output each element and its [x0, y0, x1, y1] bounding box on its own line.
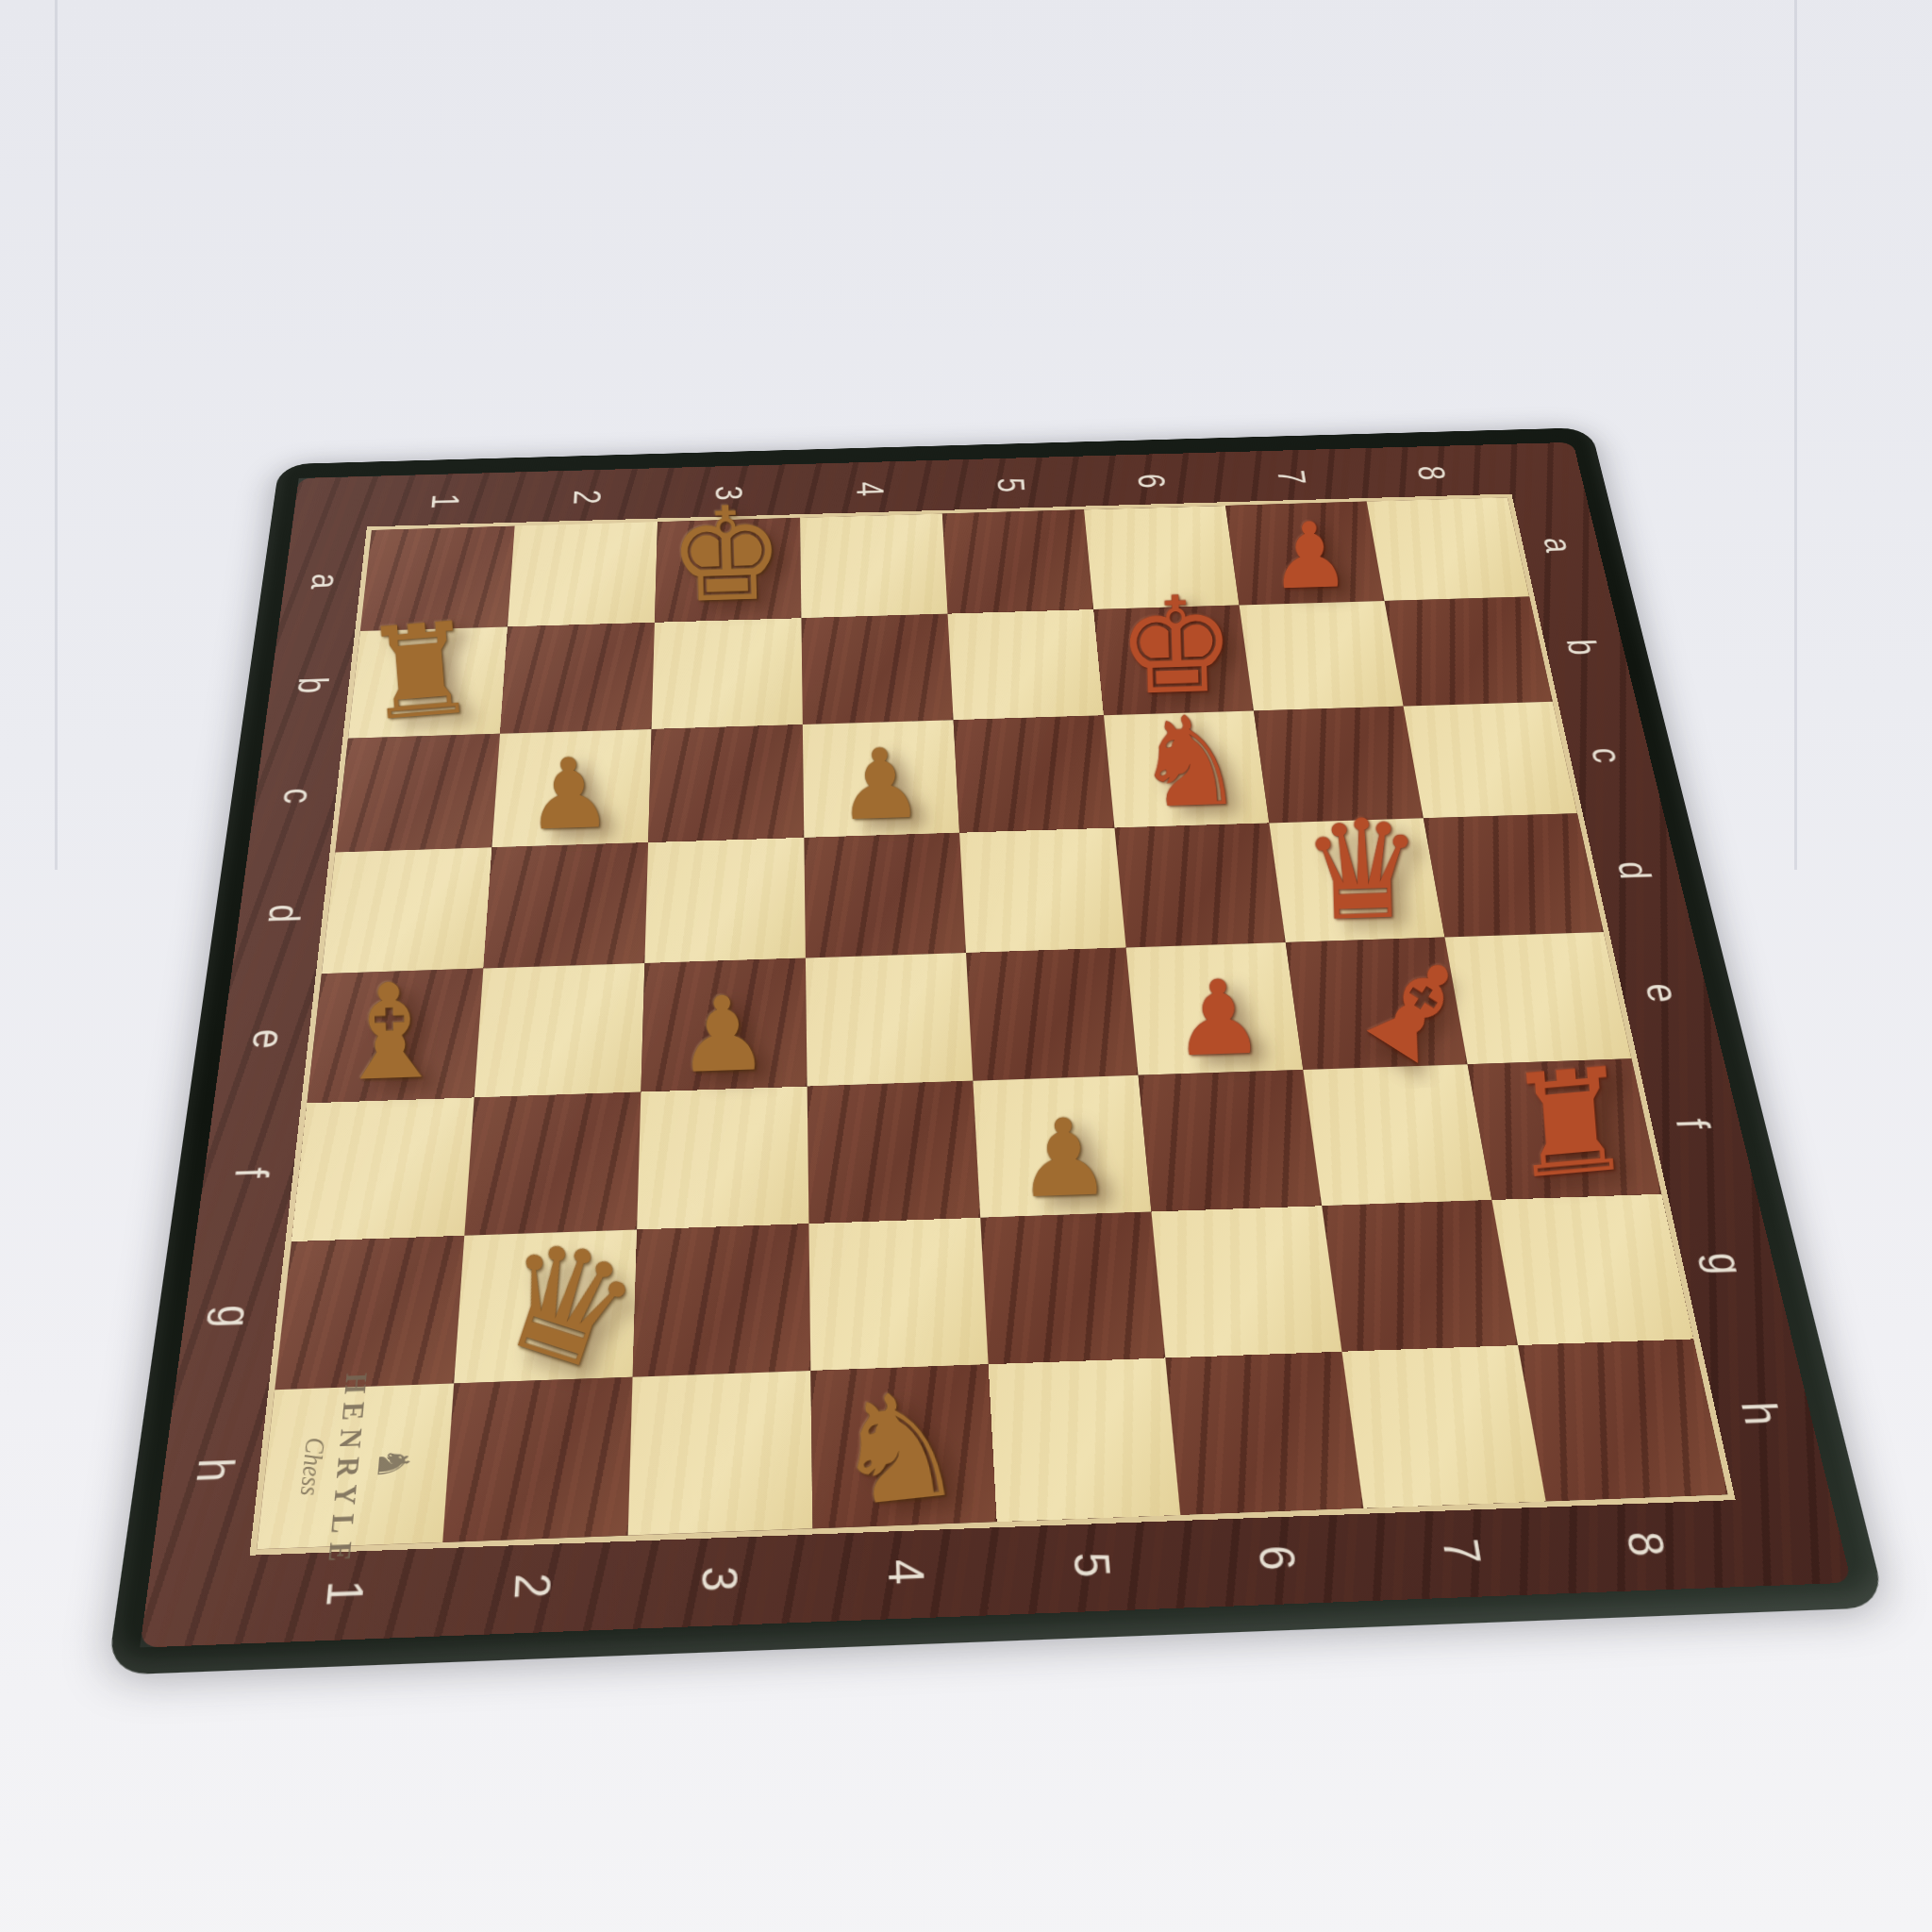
rank-label: 2 — [503, 1572, 563, 1599]
square-e3[interactable]: ♟ — [641, 958, 807, 1092]
square-b3[interactable] — [652, 618, 803, 729]
file-label: d — [258, 904, 310, 924]
square-h3[interactable] — [628, 1371, 813, 1536]
square-e7[interactable]: ♝ — [1286, 938, 1468, 1070]
square-g4[interactable] — [808, 1218, 988, 1371]
square-e2[interactable] — [475, 963, 645, 1097]
square-a5[interactable] — [942, 509, 1093, 613]
square-b5[interactable] — [948, 609, 1104, 720]
piece-white-pawn-f5[interactable]: ♟ — [1015, 1104, 1113, 1213]
square-g1[interactable] — [275, 1236, 464, 1391]
rank-label: 5 — [1062, 1551, 1123, 1578]
square-f3[interactable] — [637, 1087, 808, 1230]
rank-label: 6 — [1128, 473, 1174, 489]
square-d5[interactable] — [959, 828, 1126, 953]
square-d3[interactable] — [644, 838, 806, 963]
file-label: a — [1534, 537, 1583, 553]
rank-label: 4 — [876, 1557, 937, 1585]
square-c1[interactable] — [335, 734, 500, 853]
square-h2[interactable] — [442, 1377, 632, 1542]
square-b4[interactable] — [801, 614, 953, 724]
board-lacquer-rim: 12345678 12345678 abcdefgh abcdefgh ♚♟♜♚… — [107, 427, 1886, 1675]
logo-brand-name: HENRYLE — [320, 1373, 375, 1572]
rank-label: 6 — [1246, 1544, 1307, 1572]
piece-white-bishop-e1[interactable]: ♝ — [329, 965, 451, 1100]
square-h5[interactable] — [989, 1357, 1181, 1522]
square-a8[interactable] — [1367, 497, 1529, 601]
file-label: c — [1581, 747, 1633, 764]
square-b2[interactable] — [500, 623, 655, 734]
square-g2[interactable]: ♛ — [454, 1229, 637, 1383]
rank-label: 2 — [565, 489, 610, 505]
file-label: d — [1607, 860, 1660, 880]
file-label: h — [1729, 1401, 1791, 1426]
rank-label: 1 — [423, 493, 469, 509]
square-f7[interactable] — [1303, 1064, 1491, 1206]
square-d6[interactable] — [1114, 823, 1285, 947]
square-g3[interactable] — [633, 1224, 811, 1377]
square-d4[interactable] — [804, 833, 966, 958]
logo-knight-icon: ♞ — [368, 1446, 420, 1481]
square-b7[interactable] — [1240, 601, 1404, 711]
square-d2[interactable] — [483, 842, 648, 968]
rank-label: 8 — [1408, 465, 1456, 480]
square-e1[interactable]: ♝ — [307, 969, 483, 1104]
board-frame: 12345678 12345678 abcdefgh abcdefgh ♚♟♜♚… — [140, 442, 1852, 1648]
square-f1[interactable] — [291, 1097, 475, 1241]
square-e6[interactable]: ♟ — [1126, 942, 1304, 1075]
file-label: g — [1695, 1252, 1755, 1275]
piece-black-pawn-e6[interactable]: ♟ — [1172, 966, 1266, 1072]
piece-white-rook-b1[interactable]: ♜ — [358, 605, 482, 740]
square-a2[interactable] — [508, 522, 658, 626]
piece-white-queen-g2[interactable]: ♛ — [476, 1211, 655, 1399]
chess-board: 12345678 12345678 abcdefgh abcdefgh ♚♟♜♚… — [107, 427, 1886, 1675]
square-f4[interactable] — [808, 1081, 981, 1224]
square-h1[interactable]: ♞HENRYLEChess — [257, 1384, 454, 1550]
square-d1[interactable] — [322, 847, 492, 974]
square-b1[interactable]: ♜ — [348, 626, 508, 738]
piece-black-knight-c6[interactable]: ♞ — [1133, 698, 1247, 825]
square-h8[interactable] — [1518, 1339, 1727, 1501]
piece-black-pawn-a7[interactable]: ♟ — [1268, 509, 1351, 603]
square-h4[interactable]: ♞ — [810, 1364, 996, 1528]
square-e5[interactable] — [966, 948, 1139, 1081]
square-g5[interactable] — [980, 1212, 1165, 1365]
board-grid: ♚♟♜♚♟♟♞♛♝♟♟♝♟♜♛♞HENRYLEChess♞ — [257, 497, 1727, 1549]
square-f5[interactable]: ♟ — [973, 1075, 1151, 1218]
square-a4[interactable] — [800, 514, 947, 619]
square-c2[interactable]: ♟ — [491, 729, 651, 847]
piece-white-knight-h4[interactable]: ♞ — [825, 1369, 971, 1529]
square-g8[interactable] — [1491, 1194, 1693, 1345]
square-g7[interactable] — [1322, 1200, 1518, 1352]
file-label: a — [301, 573, 349, 590]
square-b8[interactable] — [1385, 596, 1553, 706]
file-label: h — [184, 1457, 245, 1483]
square-c4[interactable]: ♟ — [803, 720, 959, 838]
rank-label: 3 — [707, 485, 752, 501]
rank-label: 7 — [1269, 469, 1316, 485]
piece-white-pawn-e3[interactable]: ♟ — [675, 982, 771, 1089]
logo-brand-sub: Chess — [293, 1437, 331, 1496]
square-h7[interactable] — [1341, 1345, 1545, 1508]
square-c6[interactable]: ♞ — [1104, 710, 1269, 827]
piece-white-pawn-c2[interactable]: ♟ — [525, 745, 614, 845]
file-label: f — [1665, 1118, 1721, 1130]
file-label: c — [273, 788, 324, 805]
square-c5[interactable] — [954, 715, 1115, 832]
square-c8[interactable] — [1404, 702, 1577, 818]
rank-label: 4 — [848, 481, 893, 497]
piece-black-rook-f8[interactable]: ♜ — [1501, 1048, 1639, 1201]
square-c3[interactable] — [648, 724, 804, 842]
square-d8[interactable] — [1424, 813, 1604, 937]
wall-seam-left — [55, 0, 58, 870]
square-a7[interactable]: ♟ — [1225, 502, 1384, 606]
square-g6[interactable] — [1151, 1206, 1341, 1357]
piece-white-king-a3[interactable]: ♚ — [667, 489, 786, 621]
henryle-logo: ♞HENRYLEChess — [286, 1371, 425, 1564]
file-label: g — [205, 1304, 263, 1328]
rank-label: 7 — [1431, 1537, 1493, 1564]
file-label: b — [288, 676, 338, 694]
square-e4[interactable] — [806, 953, 973, 1087]
square-f6[interactable] — [1139, 1070, 1323, 1212]
rank-label: 1 — [314, 1578, 376, 1606]
rank-label: 3 — [691, 1565, 750, 1592]
piece-white-pawn-c4[interactable]: ♟ — [836, 735, 925, 834]
file-label: f — [224, 1167, 279, 1179]
file-label: e — [1635, 983, 1690, 1004]
square-f8[interactable]: ♜ — [1468, 1058, 1661, 1200]
file-label: b — [1557, 639, 1607, 656]
wall-seam-right — [1794, 0, 1797, 870]
square-a3[interactable]: ♚ — [655, 518, 801, 623]
rank-label: 5 — [989, 477, 1035, 493]
square-h6[interactable] — [1165, 1352, 1363, 1515]
rank-label: 8 — [1614, 1530, 1677, 1557]
file-label: e — [241, 1028, 295, 1049]
